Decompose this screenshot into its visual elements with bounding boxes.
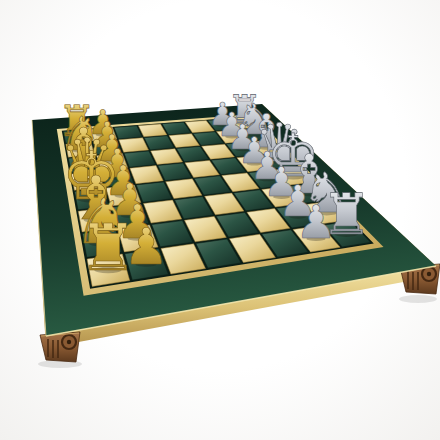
foot-shadow-right [399, 295, 437, 303]
board-foot-front-left [40, 332, 80, 362]
piece-white-rook-h1: ♜ [79, 210, 137, 285]
chess-board-svg: ♜♜♟♟♟♟♞♞♜♜♟♟♝♝♟♟♟♟♞♞♛♛♟♟♟♟♝♝♚♚♟♟♟♟♛♛♝♝♟♟… [0, 0, 440, 440]
piece-black-pawn-h7: ♟ [295, 195, 336, 249]
chess-set-photo: ♜♜♟♟♟♟♞♞♜♜♟♟♝♝♟♟♟♟♞♞♛♛♟♟♟♟♝♝♚♚♟♟♟♟♛♛♝♝♟♟… [0, 0, 440, 440]
